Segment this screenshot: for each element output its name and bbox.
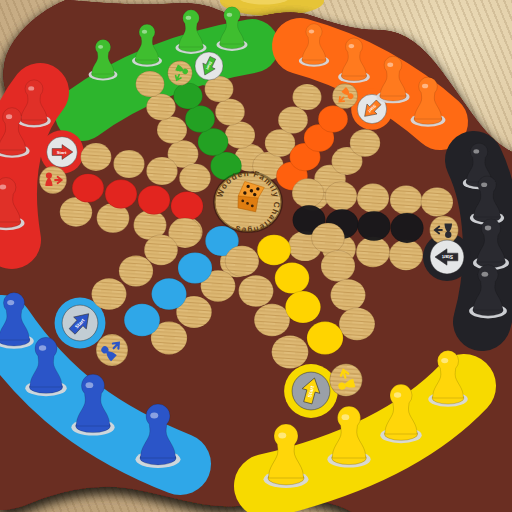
home-cell-blue[interactable]	[124, 304, 160, 336]
pawn-highlight	[309, 29, 314, 33]
home-cell-green[interactable]	[185, 106, 215, 133]
pawn-highlight	[86, 382, 94, 388]
home-cell-blue[interactable]	[178, 253, 212, 284]
start-label: Start	[57, 150, 67, 155]
pawn-highlight	[485, 226, 491, 231]
pawn-highlight	[150, 413, 158, 419]
home-cell-red[interactable]	[171, 191, 203, 220]
track-cell-tan[interactable]	[119, 256, 153, 287]
pawn-highlight	[227, 13, 233, 17]
start-badge-yellow: Start	[292, 372, 330, 410]
track-cell-tan[interactable]	[215, 99, 244, 126]
pawn-highlight	[394, 392, 401, 398]
start-label: Start	[442, 254, 453, 259]
pawn-highlight	[441, 358, 448, 363]
start-badge-green: Start	[195, 52, 223, 80]
track-cell-tan[interactable]	[146, 157, 177, 185]
track-cell-tan[interactable]	[292, 179, 324, 208]
pawn-highlight	[98, 45, 103, 49]
pawn-highlight	[473, 149, 479, 153]
track-cell-tan[interactable]	[272, 335, 309, 368]
track-cell-tan[interactable]	[389, 240, 423, 270]
pawn-highlight	[278, 433, 286, 439]
start-badge-black: Start	[430, 240, 464, 274]
track-cell-tan[interactable]	[278, 107, 308, 134]
pawn-highlight	[481, 182, 487, 187]
track-cell-tan[interactable]	[81, 143, 112, 171]
track-cell-tan[interactable]	[157, 116, 187, 143]
home-cell-red[interactable]	[72, 174, 104, 203]
home-cell-black[interactable]	[391, 213, 424, 243]
track-entry-icon-green	[168, 61, 193, 86]
track-cell-tan[interactable]	[331, 279, 366, 311]
home-cell-black[interactable]	[358, 211, 391, 241]
pawn-highlight	[186, 16, 192, 20]
track-cell-tan[interactable]	[225, 246, 259, 277]
track-cell-tan[interactable]	[92, 278, 127, 310]
track-entry-icon-orange	[332, 83, 357, 108]
track-cell-tan[interactable]	[239, 275, 274, 306]
home-cell-yellow[interactable]	[307, 322, 343, 355]
track-cell-tan[interactable]	[339, 308, 375, 340]
pawn-highlight	[28, 86, 34, 90]
home-cell-yellow[interactable]	[285, 291, 320, 323]
track-entry-icon-blue	[96, 334, 128, 366]
track-cell-tan[interactable]	[350, 129, 380, 156]
track-entry-icon-red	[39, 166, 66, 193]
pawn-highlight	[6, 114, 12, 119]
pawn-highlight	[481, 272, 488, 277]
pawn-highlight	[349, 44, 355, 48]
track-cell-tan[interactable]	[356, 237, 390, 267]
track-cell-tan[interactable]	[293, 84, 322, 110]
pawn-highlight	[142, 30, 147, 34]
track-cell-tan[interactable]	[144, 235, 178, 265]
home-cell-yellow[interactable]	[257, 235, 291, 265]
start-badge-blue: Start	[62, 305, 98, 341]
home-cell-yellow[interactable]	[275, 262, 309, 293]
track-cell-tan[interactable]	[390, 186, 422, 215]
home-cell-blue[interactable]	[152, 278, 187, 310]
pawn-highlight	[342, 414, 350, 420]
home-cell-red[interactable]	[138, 186, 170, 215]
track-cell-tan[interactable]	[136, 71, 165, 97]
track-cell-tan[interactable]	[311, 223, 344, 253]
track-cell-tan[interactable]	[325, 182, 357, 211]
track-cell-tan[interactable]	[254, 304, 290, 336]
track-cell-tan[interactable]	[146, 94, 175, 120]
pawn-highlight	[387, 63, 393, 67]
track-cell-tan[interactable]	[113, 150, 144, 178]
track-cell-tan[interactable]	[179, 164, 210, 192]
photo-background-floor: Wooden Family Challenges StartStartStart…	[0, 0, 512, 512]
pawn-highlight	[422, 84, 428, 89]
start-badge-red: Start	[47, 137, 78, 168]
home-cell-green[interactable]	[174, 83, 203, 109]
home-cell-red[interactable]	[105, 180, 137, 209]
board-svg: Wooden Family Challenges StartStartStart…	[0, 0, 512, 512]
track-cell-tan[interactable]	[321, 251, 355, 282]
pawn-highlight	[7, 300, 14, 305]
track-cell-tan[interactable]	[357, 184, 389, 213]
track-entry-icon-yellow	[330, 364, 363, 397]
track-cell-tan[interactable]	[421, 187, 453, 216]
home-cell-orange[interactable]	[318, 106, 348, 133]
pawn-highlight	[39, 345, 46, 351]
